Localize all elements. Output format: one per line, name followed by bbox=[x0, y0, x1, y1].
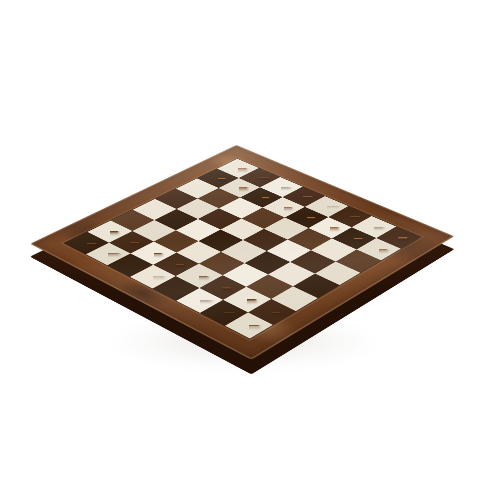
square-h6 bbox=[336, 249, 381, 272]
square-f5 bbox=[266, 239, 311, 262]
photo-canvas: ♜♞♝♛♚♞♝♜♟♟♟♟♟♟♟♟♟♟♟♟♟♟♟♟♜♞♝♛♚♞♝♜ bbox=[0, 0, 480, 480]
chess-board: ♜♞♝♛♚♞♝♜♟♟♟♟♟♟♟♟♟♟♟♟♟♟♟♟♜♞♝♛♚♞♝♜ bbox=[30, 145, 454, 360]
square-g5 bbox=[290, 250, 336, 273]
square-h5 bbox=[315, 261, 361, 285]
